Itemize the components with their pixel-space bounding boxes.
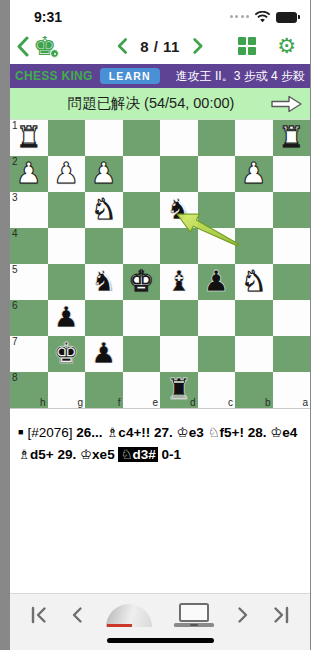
wifi-icon xyxy=(254,11,271,23)
board-square[interactable] xyxy=(85,228,123,264)
chess-king-logo-icon[interactable]: ♚ xyxy=(33,33,56,59)
black-knight[interactable]: ♞ xyxy=(85,264,123,300)
black-knight[interactable]: ♞ xyxy=(160,192,198,228)
file-label: f xyxy=(118,397,121,408)
board-square[interactable] xyxy=(198,156,236,192)
signal-dots-icon xyxy=(230,15,250,20)
board-square[interactable] xyxy=(160,120,198,156)
pager-next-icon[interactable] xyxy=(193,38,203,54)
board-square[interactable] xyxy=(235,120,273,156)
brand-bar: CHESS KING LEARN 進攻王 II。3 步或 4 步殺 xyxy=(10,64,310,88)
banner-message: 問題已解决 (54/54, 00:00) xyxy=(10,94,310,113)
board-square[interactable]: ♝ xyxy=(160,264,198,300)
back-chevron-icon[interactable] xyxy=(16,36,29,57)
black-king[interactable]: ♚ xyxy=(48,336,86,372)
board-square[interactable]: ♚ xyxy=(48,336,86,372)
board-square[interactable] xyxy=(160,300,198,336)
computer-icon[interactable] xyxy=(174,603,214,627)
board-square[interactable]: d♜ xyxy=(160,372,198,408)
board-square[interactable] xyxy=(273,336,311,372)
board-square[interactable]: a xyxy=(273,372,311,408)
board-square[interactable]: 4 xyxy=(10,228,48,264)
white-king[interactable]: ♚ xyxy=(123,264,161,300)
board-square[interactable] xyxy=(48,228,86,264)
board-square[interactable]: 2♟ xyxy=(10,156,48,192)
board-square[interactable] xyxy=(198,192,236,228)
board-square[interactable] xyxy=(273,300,311,336)
annotation-bullet: ■ xyxy=(18,427,23,437)
rank-label: 7 xyxy=(12,336,18,347)
file-label: e xyxy=(152,397,158,408)
board-square[interactable]: ♟ xyxy=(85,336,123,372)
go-first-button[interactable] xyxy=(30,605,48,625)
black-pawn[interactable]: ♟ xyxy=(48,300,86,336)
board-square[interactable] xyxy=(160,156,198,192)
gear-icon[interactable]: ⚙ xyxy=(277,36,296,57)
white-knight[interactable]: ♞ xyxy=(235,264,273,300)
board-square[interactable] xyxy=(235,228,273,264)
board-square[interactable] xyxy=(123,156,161,192)
white-pawn[interactable]: ♟ xyxy=(235,156,273,192)
board-square[interactable]: ♟ xyxy=(85,156,123,192)
board-square[interactable] xyxy=(160,336,198,372)
board-square[interactable] xyxy=(235,336,273,372)
go-last-button[interactable] xyxy=(272,605,290,625)
board-square[interactable] xyxy=(273,228,311,264)
file-label: b xyxy=(265,397,271,408)
home-indicator[interactable] xyxy=(107,638,214,643)
learn-badge: LEARN xyxy=(100,68,160,84)
file-label: d xyxy=(190,397,196,408)
pager-prev-icon[interactable] xyxy=(117,38,127,54)
board-square[interactable]: e xyxy=(123,372,161,408)
board-square[interactable] xyxy=(123,192,161,228)
rank-label: 1 xyxy=(12,120,18,131)
black-bishop[interactable]: ♝ xyxy=(160,264,198,300)
board-square[interactable] xyxy=(48,192,86,228)
clock: 9:31 xyxy=(34,9,62,25)
rank-label: 2 xyxy=(12,156,18,167)
board-square[interactable]: ♚ xyxy=(123,264,161,300)
board-square[interactable] xyxy=(198,120,236,156)
file-label: a xyxy=(302,397,308,408)
puzzle-pager: 8 / 11 xyxy=(117,28,203,64)
nav-bar: ♚ 8 / 11 ⚙ xyxy=(10,28,310,64)
board-square[interactable]: ♟ xyxy=(235,156,273,192)
engine-gauge-icon[interactable] xyxy=(106,604,152,627)
white-pawn[interactable]: ♟ xyxy=(48,156,86,192)
white-pawn[interactable]: ♟ xyxy=(85,156,123,192)
status-bar: 9:31 xyxy=(10,0,310,28)
board-square[interactable] xyxy=(123,120,161,156)
grid-menu-icon[interactable] xyxy=(238,37,257,56)
board-square[interactable] xyxy=(235,300,273,336)
course-title: 進攻王 II。3 步或 4 步殺 xyxy=(176,68,305,85)
current-move[interactable]: ♘d3# xyxy=(118,447,157,462)
board-square[interactable] xyxy=(273,156,311,192)
board-area: 1♜♜2♟♟♟♟3♞♞45♞♚♝♟♞6♟7♚♟8hgfed♜cba xyxy=(10,120,310,409)
board-square[interactable]: f xyxy=(85,372,123,408)
rank-label: 3 xyxy=(12,192,18,203)
board-square[interactable]: 1♜ xyxy=(10,120,48,156)
board-square[interactable]: 6 xyxy=(10,300,48,336)
board-square[interactable]: g xyxy=(48,372,86,408)
board-square[interactable] xyxy=(123,228,161,264)
home-indicator-area xyxy=(10,636,310,650)
board-square[interactable] xyxy=(235,192,273,228)
board-square[interactable]: 7 xyxy=(10,336,48,372)
board-square[interactable] xyxy=(198,228,236,264)
go-previous-button[interactable] xyxy=(71,605,83,625)
bottom-toolbar xyxy=(10,593,310,636)
board-square[interactable]: ♜ xyxy=(273,120,311,156)
file-label: h xyxy=(40,397,46,408)
app-screen: 9:31 ♚ 8 / 11 xyxy=(10,0,310,650)
board-square[interactable]: ♟ xyxy=(198,264,236,300)
app-name: CHESS KING xyxy=(15,69,93,83)
next-puzzle-arrow-icon[interactable] xyxy=(270,95,303,113)
go-next-button[interactable] xyxy=(237,605,249,625)
board-square[interactable] xyxy=(273,264,311,300)
rank-label: 5 xyxy=(12,264,18,275)
chess-board: 1♜♜2♟♟♟♟3♞♞45♞♚♝♟♞6♟7♚♟8hgfed♜cba xyxy=(10,120,310,408)
board-square[interactable]: ♟ xyxy=(48,300,86,336)
board-square[interactable] xyxy=(85,120,123,156)
board-square[interactable] xyxy=(198,300,236,336)
board-square[interactable]: 5 xyxy=(10,264,48,300)
board-square[interactable] xyxy=(48,264,86,300)
board-square[interactable] xyxy=(198,336,236,372)
move-annotation: ■[#2076] 26... ♗c4+!! 27. ♔e3 ♘f5+! 28. … xyxy=(10,409,310,593)
file-label: g xyxy=(77,397,83,408)
board-square[interactable]: ♟ xyxy=(48,156,86,192)
battery-icon xyxy=(276,12,300,23)
board-square[interactable] xyxy=(48,120,86,156)
puzzle-id: [#2076] xyxy=(27,425,72,440)
status-icons xyxy=(230,11,301,23)
black-pawn[interactable]: ♟ xyxy=(85,336,123,372)
file-label: c xyxy=(228,397,233,408)
board-square[interactable]: c xyxy=(198,372,236,408)
white-knight[interactable]: ♞ xyxy=(85,192,123,228)
rank-label: 6 xyxy=(12,300,18,311)
rank-label: 4 xyxy=(12,228,18,239)
game-result: 0-1 xyxy=(162,447,182,462)
board-square[interactable] xyxy=(160,228,198,264)
pager-count: 8 / 11 xyxy=(140,38,180,55)
board-square[interactable]: ♞ xyxy=(85,192,123,228)
board-square[interactable]: 3 xyxy=(10,192,48,228)
black-pawn[interactable]: ♟ xyxy=(198,264,236,300)
board-square[interactable] xyxy=(273,192,311,228)
board-square[interactable]: ♞ xyxy=(160,192,198,228)
board-square[interactable]: 8h xyxy=(10,372,48,408)
board-square[interactable] xyxy=(123,300,161,336)
board-square[interactable] xyxy=(85,300,123,336)
board-square[interactable]: b xyxy=(235,372,273,408)
board-square[interactable] xyxy=(123,336,161,372)
result-banner: 問題已解决 (54/54, 00:00) xyxy=(10,88,310,120)
board-square[interactable]: ♞ xyxy=(235,264,273,300)
white-rook[interactable]: ♜ xyxy=(273,120,311,156)
rank-label: 8 xyxy=(12,372,18,383)
board-square[interactable]: ♞ xyxy=(85,264,123,300)
